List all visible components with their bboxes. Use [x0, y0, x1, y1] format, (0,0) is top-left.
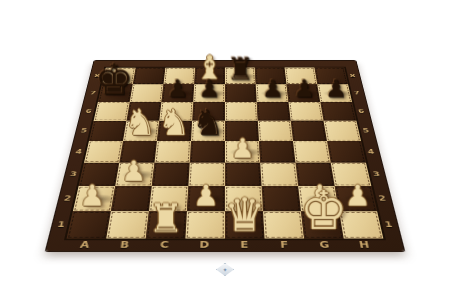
board-frame: 87654321 87654321 ABCDEFGH ♝♜♚♟♟♟♟♟♞♞♞♟♟…: [46, 61, 404, 252]
piece-white-pawn-b3[interactable]: ♟: [121, 158, 146, 185]
square-b8[interactable]: [133, 68, 166, 85]
square-e1[interactable]: ♛: [225, 211, 265, 238]
square-e6[interactable]: [225, 102, 258, 121]
square-b2[interactable]: [111, 186, 152, 211]
square-a1[interactable]: [67, 211, 111, 238]
piece-white-pawn-h2[interactable]: ♟: [345, 182, 371, 210]
square-h7[interactable]: ♟: [317, 84, 352, 102]
square-c4[interactable]: [155, 141, 191, 163]
square-e4[interactable]: ♟: [225, 141, 260, 163]
square-f2[interactable]: [262, 186, 301, 211]
file-labels-bottom: ABCDEFGH: [64, 238, 386, 251]
square-f1[interactable]: [263, 211, 304, 238]
square-d2[interactable]: ♟: [187, 186, 225, 211]
square-c7[interactable]: ♟: [161, 84, 194, 102]
file-label-h: H: [344, 238, 387, 251]
square-e8[interactable]: ♜: [225, 68, 256, 85]
piece-white-knight-c5[interactable]: ♞: [158, 106, 190, 140]
file-label-f: F: [265, 238, 306, 251]
square-a4[interactable]: [84, 141, 123, 163]
square-f4[interactable]: [259, 141, 295, 163]
square-b1[interactable]: [106, 211, 149, 238]
file-label-a: A: [64, 238, 107, 251]
square-e7[interactable]: [225, 84, 257, 102]
square-g7[interactable]: ♟: [286, 84, 320, 102]
piece-white-rook-c1[interactable]: ♜: [148, 199, 183, 237]
square-a5[interactable]: [89, 121, 126, 141]
square-d5[interactable]: ♞: [191, 121, 225, 141]
file-label-d: D: [185, 238, 225, 251]
piece-black-king-a7[interactable]: ♚: [95, 60, 133, 101]
piece-black-pawn-f7[interactable]: ♟: [262, 78, 284, 101]
square-f5[interactable]: [258, 121, 293, 141]
piece-black-pawn-c7[interactable]: ♟: [167, 78, 189, 101]
square-g5[interactable]: [291, 121, 327, 141]
piece-white-queen-e1[interactable]: ♛: [224, 193, 266, 237]
square-b7[interactable]: [130, 84, 164, 102]
square-e3[interactable]: [225, 163, 262, 186]
piece-white-king-g1[interactable]: ♚: [300, 186, 348, 237]
square-g1[interactable]: ♚: [301, 211, 344, 238]
file-label-g: G: [304, 238, 346, 251]
square-d7[interactable]: ♟: [193, 84, 225, 102]
piece-black-knight-d5[interactable]: ♞: [192, 106, 224, 140]
square-a7[interactable]: ♚: [98, 84, 133, 102]
square-c1[interactable]: ♜: [146, 211, 187, 238]
square-f7[interactable]: ♟: [256, 84, 289, 102]
piece-white-pawn-a2[interactable]: ♟: [79, 182, 105, 210]
emblem-icon: ✦: [222, 267, 227, 273]
square-f6[interactable]: [257, 102, 291, 121]
square-f3[interactable]: [260, 163, 298, 186]
square-d4[interactable]: [190, 141, 225, 163]
piece-white-pawn-d2[interactable]: ♟: [193, 182, 219, 210]
square-c3[interactable]: [152, 163, 190, 186]
file-label-b: B: [104, 238, 146, 251]
piece-black-pawn-h7[interactable]: ♟: [325, 78, 347, 101]
square-g6[interactable]: [289, 102, 324, 121]
piece-white-knight-b5[interactable]: ♞: [124, 106, 156, 140]
square-h4[interactable]: [327, 141, 366, 163]
photo-backdrop: { "game": "chess", "description": "Woode…: [0, 0, 450, 300]
chess-board: ♝♜♚♟♟♟♟♟♞♞♞♟♟♟♟♟♟♜♛♚: [67, 68, 384, 239]
square-d1[interactable]: [185, 211, 225, 238]
file-label-c: C: [144, 238, 185, 251]
square-b3[interactable]: ♟: [115, 163, 154, 186]
piece-black-pawn-g7[interactable]: ♟: [293, 78, 315, 101]
square-b5[interactable]: ♞: [123, 121, 159, 141]
square-h6[interactable]: [320, 102, 356, 121]
square-a2[interactable]: ♟: [73, 186, 115, 211]
square-c5[interactable]: ♞: [157, 121, 192, 141]
piece-black-pawn-d7[interactable]: ♟: [198, 78, 220, 101]
square-h5[interactable]: [324, 121, 361, 141]
square-g4[interactable]: [293, 141, 331, 163]
piece-white-pawn-e4[interactable]: ♟: [231, 136, 255, 162]
file-label-e: E: [225, 238, 265, 251]
chess-board-scene: 87654321 87654321 ABCDEFGH ♝♜♚♟♟♟♟♟♞♞♞♟♟…: [74, 0, 376, 292]
piece-black-rook-e8[interactable]: ♜: [227, 54, 255, 83]
